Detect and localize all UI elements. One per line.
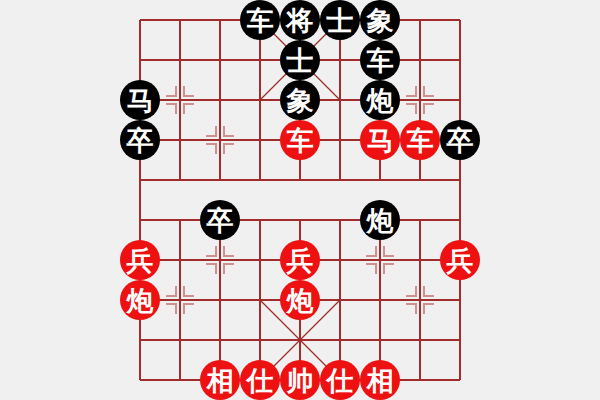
piece-red-cannon[interactable]: 炮	[120, 280, 160, 320]
piece-red-elephant[interactable]: 相	[200, 360, 240, 400]
piece-black-elephant[interactable]: 象	[360, 0, 400, 40]
piece-black-king[interactable]: 将	[280, 0, 320, 40]
piece-black-chariot[interactable]: 车	[240, 0, 280, 40]
piece-black-cannon[interactable]: 炮	[360, 80, 400, 120]
piece-red-cannon[interactable]: 炮	[280, 280, 320, 320]
piece-black-pawn[interactable]: 卒	[120, 120, 160, 160]
piece-black-advisor[interactable]: 士	[280, 40, 320, 80]
piece-black-elephant[interactable]: 象	[280, 80, 320, 120]
piece-red-horse[interactable]: 马	[360, 120, 400, 160]
piece-red-pawn[interactable]: 兵	[120, 240, 160, 280]
piece-red-chariot[interactable]: 车	[280, 120, 320, 160]
piece-red-advisor[interactable]: 仕	[320, 360, 360, 400]
piece-black-pawn[interactable]: 卒	[200, 200, 240, 240]
piece-black-chariot[interactable]: 车	[360, 40, 400, 80]
piece-red-pawn[interactable]: 兵	[280, 240, 320, 280]
xiangqi-game-screenshot: 车将士象士车马象炮卒车马车卒卒炮兵兵兵炮炮相仕帅仕相	[0, 0, 600, 400]
piece-red-chariot[interactable]: 车	[400, 120, 440, 160]
piece-layer: 车将士象士车马象炮卒车马车卒卒炮兵兵兵炮炮相仕帅仕相	[0, 0, 600, 400]
piece-red-king[interactable]: 帅	[280, 360, 320, 400]
piece-black-advisor[interactable]: 士	[320, 0, 360, 40]
piece-red-advisor[interactable]: 仕	[240, 360, 280, 400]
piece-red-pawn[interactable]: 兵	[440, 240, 480, 280]
piece-black-horse[interactable]: 马	[120, 80, 160, 120]
piece-black-cannon[interactable]: 炮	[360, 200, 400, 240]
piece-red-elephant[interactable]: 相	[360, 360, 400, 400]
piece-black-pawn[interactable]: 卒	[440, 120, 480, 160]
